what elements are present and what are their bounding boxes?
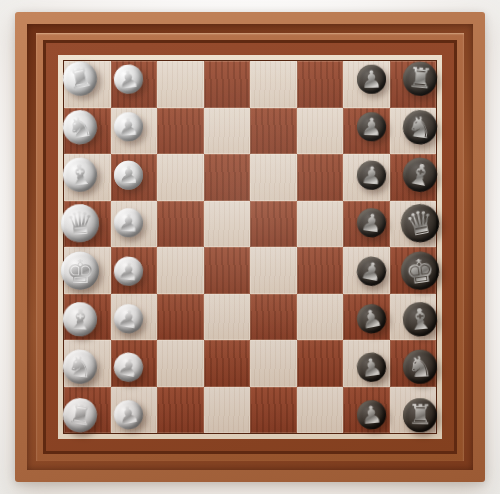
pawn-icon: ♟ [116, 305, 141, 332]
square-r4c2[interactable]: ♟ [111, 201, 158, 248]
pawn-icon: ♟ [359, 354, 384, 381]
bishop-icon: ♝ [66, 159, 95, 191]
square-r2c1[interactable]: ♞ [64, 108, 111, 155]
square-r6c5[interactable] [250, 294, 297, 341]
square-r3c4[interactable] [204, 154, 251, 201]
square-r6c3[interactable] [157, 294, 204, 341]
square-r5c4[interactable] [204, 247, 251, 294]
square-r6c2[interactable]: ♟ [111, 294, 158, 341]
square-r1c5[interactable] [250, 61, 297, 108]
pawn-icon: ♟ [117, 258, 141, 284]
pawn-icon: ♟ [358, 305, 384, 333]
square-r2c5[interactable] [250, 108, 297, 155]
bishop-icon: ♝ [67, 304, 94, 334]
square-r8c4[interactable] [204, 387, 251, 434]
rook-icon: ♜ [407, 401, 433, 429]
square-r7c8[interactable]: ♞ [390, 340, 437, 387]
piece-black-rook[interactable]: ♜ [401, 61, 438, 98]
square-r1c8[interactable]: ♜ [390, 61, 437, 108]
maple-border-strip: ♜♟♟♜♞♟♟♞♝♟♟♝♛♟♟♛♚♟♟♚♝♟♟♝♞♟♟♞♜♟♟♜ [58, 55, 442, 439]
piece-black-queen[interactable]: ♛ [397, 201, 442, 246]
pawn-icon: ♟ [359, 162, 383, 188]
mahogany-border-band: ♜♟♟♜♞♟♟♞♝♟♟♝♛♟♟♛♚♟♟♚♝♟♟♝♞♟♟♞♜♟♟♜ [46, 43, 454, 451]
piece-white-rook[interactable]: ♜ [60, 59, 100, 99]
photo-background: ♜♟♟♜♞♟♟♞♝♟♟♝♛♟♟♛♚♟♟♚♝♟♟♝♞♟♟♞♜♟♟♜ [0, 0, 500, 494]
square-r3c6[interactable] [297, 154, 344, 201]
pawn-icon: ♟ [359, 402, 383, 428]
square-r8c8[interactable]: ♜ [390, 387, 437, 434]
knight-icon: ♞ [406, 352, 433, 382]
piece-black-rook[interactable]: ♜ [402, 398, 437, 433]
pawn-icon: ♟ [117, 66, 141, 92]
piece-white-pawn[interactable]: ♟ [114, 112, 144, 142]
piece-black-pawn[interactable]: ♟ [356, 399, 387, 430]
knight-icon: ♞ [66, 351, 95, 383]
square-r4c8[interactable]: ♛ [390, 201, 437, 248]
piece-white-pawn[interactable]: ♟ [113, 63, 145, 95]
pawn-icon: ♟ [360, 115, 382, 140]
square-r5c3[interactable] [157, 247, 204, 294]
piece-black-pawn[interactable]: ♟ [356, 112, 386, 142]
piece-black-bishop[interactable]: ♝ [400, 155, 440, 195]
piece-white-king[interactable]: ♚ [61, 252, 99, 290]
square-r7c7[interactable]: ♟ [343, 340, 390, 387]
piece-white-pawn[interactable]: ♟ [112, 350, 146, 384]
square-r3c1[interactable]: ♝ [64, 154, 111, 201]
bishop-icon: ♝ [404, 158, 435, 191]
square-r7c3[interactable] [157, 340, 204, 387]
square-r5c2[interactable]: ♟ [111, 247, 158, 294]
border-seam-line: ♜♟♟♜♞♟♟♞♝♟♟♝♛♟♟♛♚♟♟♚♝♟♟♝♞♟♟♞♜♟♟♜ [63, 60, 437, 434]
square-r4c1[interactable]: ♛ [64, 201, 111, 248]
frame-molding-highlight: ♜♟♟♜♞♟♟♞♝♟♟♝♛♟♟♛♚♟♟♚♝♟♟♝♞♟♟♞♜♟♟♜ [36, 33, 464, 461]
square-r2c7[interactable]: ♟ [343, 108, 390, 155]
piece-white-bishop[interactable]: ♝ [62, 156, 99, 193]
square-r5c7[interactable]: ♟ [343, 247, 390, 294]
square-r4c4[interactable] [204, 201, 251, 248]
square-r6c7[interactable]: ♟ [343, 294, 390, 341]
square-r6c4[interactable] [204, 294, 251, 341]
pawn-icon: ♟ [360, 67, 382, 91]
pawn-icon: ♟ [117, 210, 140, 235]
square-r7c2[interactable]: ♟ [111, 340, 158, 387]
square-r3c2[interactable]: ♟ [111, 154, 158, 201]
queen-icon: ♛ [65, 206, 95, 239]
piece-white-knight[interactable]: ♞ [62, 348, 99, 385]
square-r8c5[interactable] [250, 387, 297, 434]
piece-white-knight[interactable]: ♞ [61, 108, 100, 147]
square-r2c4[interactable] [204, 108, 251, 155]
piece-white-pawn[interactable]: ♟ [112, 302, 145, 335]
square-r7c5[interactable] [250, 340, 297, 387]
frame-molding: ♜♟♟♜♞♟♟♞♝♟♟♝♛♟♟♛♚♟♟♚♝♟♟♝♞♟♟♞♜♟♟♜ [27, 24, 473, 470]
square-r5c1[interactable]: ♚ [64, 247, 111, 294]
square-r3c7[interactable]: ♟ [343, 154, 390, 201]
piece-black-pawn[interactable]: ♟ [355, 207, 388, 240]
square-r8c7[interactable]: ♟ [343, 387, 390, 434]
piece-white-bishop[interactable]: ♝ [62, 301, 98, 337]
square-r7c6[interactable] [297, 340, 344, 387]
knight-icon: ♞ [65, 111, 95, 144]
square-r3c5[interactable] [250, 154, 297, 201]
square-r7c1[interactable]: ♞ [64, 340, 111, 387]
square-r2c6[interactable] [297, 108, 344, 155]
piece-black-pawn[interactable]: ♟ [354, 302, 388, 336]
square-r5c6[interactable] [297, 247, 344, 294]
square-r6c1[interactable]: ♝ [64, 294, 111, 341]
piece-black-pawn[interactable]: ♟ [356, 159, 387, 190]
piece-black-bishop[interactable]: ♝ [401, 301, 438, 338]
rook-icon: ♜ [406, 64, 433, 94]
square-r5c5[interactable] [250, 247, 297, 294]
piece-white-pawn[interactable]: ♟ [114, 161, 143, 190]
square-r2c8[interactable]: ♞ [390, 108, 437, 155]
square-r6c8[interactable]: ♝ [390, 294, 437, 341]
piece-white-queen[interactable]: ♛ [60, 203, 100, 243]
piece-black-knight[interactable]: ♞ [402, 349, 437, 384]
square-r3c8[interactable]: ♝ [390, 154, 437, 201]
square-r6c6[interactable] [297, 294, 344, 341]
square-r8c3[interactable] [157, 387, 204, 434]
square-r5c8[interactable]: ♚ [390, 247, 437, 294]
chess-board: ♜♟♟♜♞♟♟♞♝♟♟♝♛♟♟♛♚♟♟♚♝♟♟♝♞♟♟♞♜♟♟♜ [15, 12, 485, 482]
pawn-icon: ♟ [117, 114, 140, 139]
board-grid: ♜♟♟♜♞♟♟♞♝♟♟♝♛♟♟♛♚♟♟♚♝♟♟♝♞♟♟♞♜♟♟♜ [64, 61, 436, 433]
piece-white-pawn[interactable]: ♟ [114, 208, 144, 238]
piece-black-pawn[interactable]: ♟ [354, 254, 388, 288]
pawn-icon: ♟ [358, 257, 384, 285]
square-r1c4[interactable] [204, 61, 251, 108]
rook-icon: ♜ [66, 399, 95, 431]
square-r4c3[interactable] [157, 201, 204, 248]
piece-black-king[interactable]: ♚ [398, 250, 441, 293]
piece-white-pawn[interactable]: ♟ [113, 255, 145, 287]
piece-white-rook[interactable]: ♜ [61, 396, 100, 435]
square-r4c5[interactable] [250, 201, 297, 248]
square-r7c4[interactable] [204, 340, 251, 387]
pawn-icon: ♟ [116, 401, 141, 428]
square-r2c3[interactable] [157, 108, 204, 155]
piece-black-knight[interactable]: ♞ [401, 108, 439, 146]
knight-icon: ♞ [405, 111, 435, 143]
square-r1c2[interactable]: ♟ [111, 61, 158, 108]
square-r8c1[interactable]: ♜ [64, 387, 111, 434]
square-r8c6[interactable] [297, 387, 344, 434]
square-r4c6[interactable] [297, 201, 344, 248]
square-r1c3[interactable] [157, 61, 204, 108]
bishop-icon: ♝ [406, 303, 434, 334]
pawn-icon: ♟ [118, 163, 140, 187]
pawn-icon: ♟ [359, 210, 384, 237]
piece-white-pawn[interactable]: ♟ [112, 398, 146, 432]
piece-black-pawn[interactable]: ♟ [355, 351, 388, 384]
square-r1c1[interactable]: ♜ [64, 61, 111, 108]
piece-black-pawn[interactable]: ♟ [356, 64, 386, 94]
king-icon: ♚ [65, 255, 95, 288]
square-r1c6[interactable] [297, 61, 344, 108]
frame-inner-lip: ♜♟♟♜♞♟♟♞♝♟♟♝♛♟♟♛♚♟♟♚♝♟♟♝♞♟♟♞♜♟♟♜ [43, 40, 457, 454]
square-r2c2[interactable]: ♟ [111, 108, 158, 155]
square-r3c3[interactable] [157, 154, 204, 201]
queen-icon: ♛ [403, 205, 437, 242]
king-icon: ♚ [403, 253, 437, 290]
square-r1c7[interactable]: ♟ [343, 61, 390, 108]
square-r8c2[interactable]: ♟ [111, 387, 158, 434]
square-r4c7[interactable]: ♟ [343, 201, 390, 248]
